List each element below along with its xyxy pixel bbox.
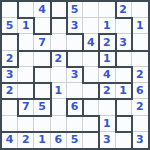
cell-r5c4[interactable] <box>51 67 67 83</box>
given-digit: 3 <box>71 20 79 31</box>
cell-r9c7[interactable]: 3 <box>99 132 115 148</box>
cell-r5c2[interactable] <box>18 67 34 83</box>
cell-r3c2[interactable] <box>18 34 34 50</box>
cell-r7c7[interactable] <box>99 99 115 115</box>
cell-r9c9[interactable]: 3 <box>132 132 148 148</box>
cell-r2c1[interactable]: 5 <box>2 18 18 34</box>
cell-r3c1[interactable] <box>2 34 18 50</box>
cell-r4c2[interactable] <box>18 51 34 67</box>
region-border-h <box>33 98 51 100</box>
region-border-h <box>66 66 84 68</box>
region-border-h <box>17 17 35 19</box>
cell-r3c4[interactable] <box>51 34 67 50</box>
given-digit: 6 <box>54 134 62 145</box>
region-border-h <box>82 115 100 117</box>
region-border-h <box>115 115 133 117</box>
cell-r5c7[interactable]: 4 <box>99 67 115 83</box>
cell-r8c2[interactable] <box>18 116 34 132</box>
cell-r3c5[interactable] <box>67 34 83 50</box>
cell-r5c8[interactable] <box>116 67 132 83</box>
region-border-h <box>115 82 133 84</box>
cell-r6c5[interactable] <box>67 83 83 99</box>
cell-r3c9[interactable] <box>132 34 148 50</box>
cell-r2c7[interactable]: 1 <box>99 18 115 34</box>
region-border-h <box>33 33 51 35</box>
given-digit: 1 <box>119 85 127 96</box>
given-digit: 5 <box>38 101 46 112</box>
cell-r7c4[interactable] <box>51 99 67 115</box>
cell-r2c5[interactable]: 3 <box>67 18 83 34</box>
region-border-h <box>115 17 133 19</box>
cell-r8c5[interactable] <box>67 116 83 132</box>
cell-r1c3[interactable]: 4 <box>34 2 50 18</box>
cell-r4c9[interactable] <box>132 51 148 67</box>
given-digit: 2 <box>119 4 127 15</box>
cell-r1c7[interactable] <box>99 2 115 18</box>
cell-r6c2[interactable] <box>18 83 34 99</box>
given-digit: 7 <box>22 101 30 112</box>
cell-r9c3[interactable]: 1 <box>34 132 50 148</box>
given-digit: 1 <box>103 52 111 63</box>
given-digit: 3 <box>103 134 111 145</box>
cell-r7c2[interactable]: 7 <box>18 99 34 115</box>
cell-r1c2[interactable] <box>18 2 34 18</box>
cell-r2c4[interactable] <box>51 18 67 34</box>
cell-r9c4[interactable]: 6 <box>51 132 67 148</box>
given-digit: 2 <box>22 134 30 145</box>
cell-r7c8[interactable] <box>116 99 132 115</box>
given-digit: 4 <box>103 68 111 79</box>
region-border-h <box>115 98 133 100</box>
cell-r2c3[interactable] <box>34 18 50 34</box>
cell-r4c6[interactable] <box>83 51 99 67</box>
region-border-h <box>66 33 84 35</box>
cell-r8c1[interactable] <box>2 116 18 132</box>
region-border-h <box>115 66 133 68</box>
given-digit: 1 <box>103 117 111 128</box>
cell-r3c7[interactable]: 2 <box>99 34 115 50</box>
cell-r2c9[interactable]: 1 <box>132 18 148 34</box>
cell-r6c7[interactable]: 2 <box>99 83 115 99</box>
cell-r8c7[interactable]: 1 <box>99 116 115 132</box>
cell-r9c5[interactable]: 5 <box>67 132 83 148</box>
given-digit: 5 <box>71 134 79 145</box>
cell-r1c5[interactable]: 5 <box>67 2 83 18</box>
region-border-h <box>82 131 100 133</box>
cell-r5c5[interactable]: 3 <box>67 67 83 83</box>
region-border-h <box>1 33 19 35</box>
cell-r9c2[interactable]: 2 <box>18 132 34 148</box>
given-digit: 6 <box>71 101 79 112</box>
region-border-h <box>33 82 51 84</box>
cell-r9c6[interactable] <box>83 132 99 148</box>
given-digit: 3 <box>136 134 144 145</box>
cell-r7c6[interactable] <box>83 99 99 115</box>
cell-r4c4[interactable]: 2 <box>51 51 67 67</box>
given-digit: 2 <box>136 68 144 79</box>
cell-r1c4[interactable] <box>51 2 67 18</box>
given-digit: 3 <box>6 68 14 79</box>
cell-r6c1[interactable]: 2 <box>2 83 18 99</box>
cell-r4c5[interactable] <box>67 51 83 67</box>
region-border-h <box>115 131 133 133</box>
cell-r7c1[interactable] <box>2 99 18 115</box>
board: 452513117423221334221216756214216533 <box>0 0 150 150</box>
given-digit: 3 <box>119 36 127 47</box>
given-digit: 7 <box>38 36 46 47</box>
region-border-h <box>1 66 19 68</box>
cell-r5c3[interactable] <box>34 67 50 83</box>
puzzle-screen: 452513117423221334221216756214216533 <box>0 0 150 150</box>
given-digit: 5 <box>71 4 79 15</box>
given-digit: 4 <box>38 4 46 15</box>
cell-r3c8[interactable]: 3 <box>116 34 132 50</box>
given-digit: 1 <box>103 20 111 31</box>
board-cells: 452513117423221334221216756214216533 <box>2 2 148 148</box>
given-digit: 2 <box>6 85 14 96</box>
cell-r4c1[interactable]: 2 <box>2 51 18 67</box>
given-digit: 1 <box>54 85 62 96</box>
cell-r9c8[interactable] <box>116 132 132 148</box>
cell-r6c3[interactable] <box>34 83 50 99</box>
cell-r1c1[interactable] <box>2 2 18 18</box>
cell-r1c9[interactable] <box>132 2 148 18</box>
cell-r8c8[interactable] <box>116 116 132 132</box>
cell-r2c2[interactable]: 1 <box>18 18 34 34</box>
cell-r7c5[interactable]: 6 <box>67 99 83 115</box>
cell-r3c3[interactable]: 7 <box>34 34 50 50</box>
given-digit: 4 <box>87 36 95 47</box>
cell-r6c8[interactable]: 1 <box>116 83 132 99</box>
cell-r5c9[interactable]: 2 <box>132 67 148 83</box>
cell-r4c3[interactable] <box>34 51 50 67</box>
cell-r8c6[interactable] <box>83 116 99 132</box>
cell-r1c8[interactable]: 2 <box>116 2 132 18</box>
cell-r8c9[interactable] <box>132 116 148 132</box>
cell-r6c6[interactable] <box>83 83 99 99</box>
cell-r7c3[interactable]: 5 <box>34 99 50 115</box>
cell-r2c6[interactable] <box>83 18 99 34</box>
cell-r4c8[interactable] <box>116 51 132 67</box>
region-border-v <box>98 131 100 149</box>
cell-r8c4[interactable] <box>51 116 67 132</box>
cell-r5c6[interactable] <box>83 67 99 83</box>
cell-r1c6[interactable] <box>83 2 99 18</box>
given-digit: 4 <box>6 134 14 145</box>
given-digit: 1 <box>38 134 46 145</box>
cell-r3c6[interactable]: 4 <box>83 34 99 50</box>
cell-r6c9[interactable]: 6 <box>132 83 148 99</box>
cell-r4c7[interactable]: 1 <box>99 51 115 67</box>
region-border-v <box>131 131 133 149</box>
given-digit: 1 <box>22 20 30 31</box>
given-digit: 2 <box>54 52 62 63</box>
region-border-h <box>98 33 116 35</box>
given-digit: 3 <box>71 68 79 79</box>
region-border-h <box>131 50 149 52</box>
cell-r5c1[interactable]: 3 <box>2 67 18 83</box>
cell-r8c3[interactable] <box>34 116 50 132</box>
region-border-h <box>50 17 68 19</box>
given-digit: 6 <box>136 85 144 96</box>
given-digit: 2 <box>6 52 14 63</box>
given-digit: 2 <box>103 85 111 96</box>
cell-r9c1[interactable]: 4 <box>2 132 18 148</box>
region-border-h <box>33 66 51 68</box>
cell-r6c4[interactable]: 1 <box>51 83 67 99</box>
cell-r2c8[interactable] <box>116 18 132 34</box>
cell-r7c9[interactable]: 2 <box>132 99 148 115</box>
given-digit: 2 <box>103 36 111 47</box>
given-digit: 5 <box>6 20 14 31</box>
region-border-h <box>33 115 51 117</box>
given-digit: 1 <box>136 20 144 31</box>
given-digit: 2 <box>136 101 144 112</box>
